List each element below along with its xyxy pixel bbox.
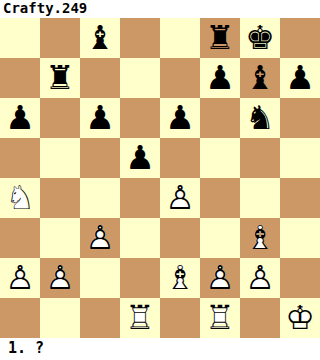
square-e4[interactable]: ♟♙ <box>160 178 200 218</box>
square-a2[interactable]: ♟♙ <box>0 258 40 298</box>
chess-app-window: Crafty.249 ♝♜♚♜♟♝♟♟♟♟♞♟♞♘♟♙♟♙♝♗♟♙♟♙♝♗♟♙♟… <box>0 0 320 360</box>
square-b7[interactable]: ♜ <box>40 58 80 98</box>
piece-black-rook: ♜ <box>40 58 80 98</box>
white-piece-outline: ♘ <box>0 178 40 218</box>
piece-white-pawn: ♟♙ <box>240 258 280 298</box>
white-piece-outline: ♙ <box>40 258 80 298</box>
white-piece-outline: ♙ <box>0 258 40 298</box>
piece-white-rook: ♜♖ <box>200 298 240 338</box>
square-d5[interactable]: ♟ <box>120 138 160 178</box>
square-a3[interactable] <box>0 218 40 258</box>
square-g4[interactable] <box>240 178 280 218</box>
square-f5[interactable] <box>200 138 240 178</box>
piece-black-bishop: ♝ <box>80 18 120 58</box>
white-piece-outline: ♔ <box>280 298 320 338</box>
square-f8[interactable]: ♜ <box>200 18 240 58</box>
square-c3[interactable]: ♟♙ <box>80 218 120 258</box>
square-f6[interactable] <box>200 98 240 138</box>
white-piece-outline: ♗ <box>160 258 200 298</box>
square-e7[interactable] <box>160 58 200 98</box>
piece-black-pawn: ♟ <box>280 58 320 98</box>
square-h5[interactable] <box>280 138 320 178</box>
piece-white-pawn: ♟♙ <box>0 258 40 298</box>
black-piece-glyph: ♚ <box>240 18 280 58</box>
piece-black-king: ♚ <box>240 18 280 58</box>
square-d8[interactable] <box>120 18 160 58</box>
piece-white-pawn: ♟♙ <box>40 258 80 298</box>
black-piece-glyph: ♝ <box>240 58 280 98</box>
square-a1[interactable] <box>0 298 40 338</box>
piece-black-pawn: ♟ <box>160 98 200 138</box>
square-h8[interactable] <box>280 18 320 58</box>
piece-white-bishop: ♝♗ <box>160 258 200 298</box>
square-f2[interactable]: ♟♙ <box>200 258 240 298</box>
square-g1[interactable] <box>240 298 280 338</box>
white-piece-outline: ♖ <box>120 298 160 338</box>
piece-white-bishop: ♝♗ <box>240 218 280 258</box>
black-piece-glyph: ♟ <box>200 58 240 98</box>
square-f7[interactable]: ♟ <box>200 58 240 98</box>
square-c7[interactable] <box>80 58 120 98</box>
square-a8[interactable] <box>0 18 40 58</box>
square-e6[interactable]: ♟ <box>160 98 200 138</box>
square-h2[interactable] <box>280 258 320 298</box>
square-c8[interactable]: ♝ <box>80 18 120 58</box>
square-f4[interactable] <box>200 178 240 218</box>
piece-white-rook: ♜♖ <box>120 298 160 338</box>
square-g3[interactable]: ♝♗ <box>240 218 280 258</box>
square-c2[interactable] <box>80 258 120 298</box>
black-piece-glyph: ♜ <box>40 58 80 98</box>
square-e2[interactable]: ♝♗ <box>160 258 200 298</box>
black-piece-glyph: ♜ <box>200 18 240 58</box>
square-g2[interactable]: ♟♙ <box>240 258 280 298</box>
square-b4[interactable] <box>40 178 80 218</box>
white-piece-outline: ♙ <box>160 178 200 218</box>
square-c5[interactable] <box>80 138 120 178</box>
square-c4[interactable] <box>80 178 120 218</box>
square-g6[interactable]: ♞ <box>240 98 280 138</box>
square-e5[interactable] <box>160 138 200 178</box>
white-piece-outline: ♙ <box>80 218 120 258</box>
piece-white-pawn: ♟♙ <box>200 258 240 298</box>
square-b8[interactable] <box>40 18 80 58</box>
square-b6[interactable] <box>40 98 80 138</box>
square-g5[interactable] <box>240 138 280 178</box>
white-piece-outline: ♙ <box>240 258 280 298</box>
black-piece-glyph: ♟ <box>80 98 120 138</box>
piece-black-knight: ♞ <box>240 98 280 138</box>
piece-black-pawn: ♟ <box>200 58 240 98</box>
move-prompt: 1. ? <box>0 338 320 360</box>
square-a5[interactable] <box>0 138 40 178</box>
white-piece-outline: ♖ <box>200 298 240 338</box>
black-piece-glyph: ♟ <box>0 98 40 138</box>
square-d7[interactable] <box>120 58 160 98</box>
square-e1[interactable] <box>160 298 200 338</box>
square-b5[interactable] <box>40 138 80 178</box>
square-a4[interactable]: ♞♘ <box>0 178 40 218</box>
square-f1[interactable]: ♜♖ <box>200 298 240 338</box>
square-g8[interactable]: ♚ <box>240 18 280 58</box>
piece-white-pawn: ♟♙ <box>80 218 120 258</box>
black-piece-glyph: ♟ <box>160 98 200 138</box>
square-h3[interactable] <box>280 218 320 258</box>
square-f3[interactable] <box>200 218 240 258</box>
engine-title: Crafty.249 <box>0 0 320 18</box>
square-h6[interactable] <box>280 98 320 138</box>
square-b1[interactable] <box>40 298 80 338</box>
square-h1[interactable]: ♚♔ <box>280 298 320 338</box>
square-b2[interactable]: ♟♙ <box>40 258 80 298</box>
square-a7[interactable] <box>0 58 40 98</box>
white-piece-outline: ♗ <box>240 218 280 258</box>
square-b3[interactable] <box>40 218 80 258</box>
piece-white-knight: ♞♘ <box>0 178 40 218</box>
black-piece-glyph: ♝ <box>80 18 120 58</box>
piece-black-pawn: ♟ <box>120 138 160 178</box>
square-d3[interactable] <box>120 218 160 258</box>
square-g7[interactable]: ♝ <box>240 58 280 98</box>
square-d6[interactable] <box>120 98 160 138</box>
square-a6[interactable]: ♟ <box>0 98 40 138</box>
square-h4[interactable] <box>280 178 320 218</box>
piece-black-bishop: ♝ <box>240 58 280 98</box>
piece-black-rook: ♜ <box>200 18 240 58</box>
black-piece-glyph: ♟ <box>120 138 160 178</box>
square-d1[interactable]: ♜♖ <box>120 298 160 338</box>
square-d2[interactable] <box>120 258 160 298</box>
piece-white-pawn: ♟♙ <box>160 178 200 218</box>
black-piece-glyph: ♟ <box>280 58 320 98</box>
white-piece-outline: ♙ <box>200 258 240 298</box>
square-e3[interactable] <box>160 218 200 258</box>
piece-black-pawn: ♟ <box>80 98 120 138</box>
black-piece-glyph: ♞ <box>240 98 280 138</box>
square-d4[interactable] <box>120 178 160 218</box>
square-c6[interactable]: ♟ <box>80 98 120 138</box>
piece-white-king: ♚♔ <box>280 298 320 338</box>
piece-black-pawn: ♟ <box>0 98 40 138</box>
square-h7[interactable]: ♟ <box>280 58 320 98</box>
chess-board: ♝♜♚♜♟♝♟♟♟♟♞♟♞♘♟♙♟♙♝♗♟♙♟♙♝♗♟♙♟♙♜♖♜♖♚♔ <box>0 18 320 338</box>
square-e8[interactable] <box>160 18 200 58</box>
square-c1[interactable] <box>80 298 120 338</box>
